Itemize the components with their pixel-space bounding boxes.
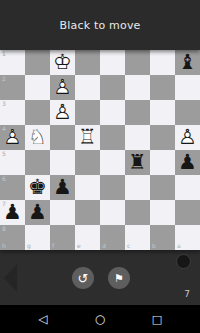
square-c2[interactable] — [125, 75, 150, 100]
square-a3[interactable] — [175, 100, 200, 125]
square-a8[interactable]: a — [175, 225, 200, 250]
square-a5[interactable]: ♟ — [175, 150, 200, 175]
square-g1[interactable] — [25, 50, 50, 75]
piece-white-rook: ♜♖ — [75, 125, 100, 150]
square-h4[interactable]: 4♟♙ — [0, 125, 25, 150]
square-d6[interactable] — [100, 175, 125, 200]
square-g5[interactable] — [25, 150, 50, 175]
piece-white-king: ♚♔ — [50, 50, 75, 75]
chess-board: 1♚♔♝2♟♙3♟♙4♟♙♞♘♜♖♟♙5♜♟6♚♟7♟♟8hgfedcba — [0, 50, 200, 250]
square-f8[interactable]: f — [50, 225, 75, 250]
rank-label: 2 — [2, 76, 6, 82]
square-h1[interactable]: 1 — [0, 50, 25, 75]
square-c8[interactable]: c — [125, 225, 150, 250]
piece-glyph: ♙ — [50, 100, 75, 125]
piece-glyph: ♔ — [50, 50, 75, 75]
square-f4[interactable] — [50, 125, 75, 150]
rank-label: 8 — [2, 226, 6, 232]
rank-label: 1 — [2, 51, 6, 57]
square-a1[interactable]: ♝ — [175, 50, 200, 75]
square-d7[interactable] — [100, 200, 125, 225]
square-c7[interactable] — [125, 200, 150, 225]
flag-icon: ⚑ — [114, 272, 124, 285]
android-navbar: ◁ ○ □ — [0, 305, 200, 333]
square-g7[interactable]: ♟ — [25, 200, 50, 225]
piece-glyph: ♖ — [75, 125, 100, 150]
piece-white-pawn: ♟♙ — [175, 125, 200, 150]
piece-black-rook: ♜ — [125, 150, 150, 175]
square-f7[interactable] — [50, 200, 75, 225]
piece-glyph: ♝ — [175, 50, 200, 75]
file-label: a — [177, 243, 181, 249]
square-g3[interactable] — [25, 100, 50, 125]
file-label: g — [27, 243, 31, 249]
rank-label: 4 — [2, 126, 6, 132]
square-d4[interactable] — [100, 125, 125, 150]
square-e1[interactable] — [75, 50, 100, 75]
square-b2[interactable] — [150, 75, 175, 100]
square-e7[interactable] — [75, 200, 100, 225]
square-e3[interactable] — [75, 100, 100, 125]
piece-black-king: ♚ — [25, 175, 50, 200]
square-e4[interactable]: ♜♖ — [75, 125, 100, 150]
square-h2[interactable]: 2 — [0, 75, 25, 100]
chevron-left-icon — [4, 264, 17, 292]
piece-glyph: ♙ — [50, 75, 75, 100]
square-g6[interactable]: ♚ — [25, 175, 50, 200]
square-a7[interactable] — [175, 200, 200, 225]
page-title: Black to move — [59, 19, 140, 32]
square-f6[interactable]: ♟ — [50, 175, 75, 200]
square-d1[interactable] — [100, 50, 125, 75]
piece-black-bishop: ♝ — [175, 50, 200, 75]
square-b8[interactable]: b — [150, 225, 175, 250]
piece-black-pawn: ♟ — [50, 175, 75, 200]
square-c1[interactable] — [125, 50, 150, 75]
square-e2[interactable] — [75, 75, 100, 100]
piece-glyph: ♟ — [25, 200, 50, 225]
square-b5[interactable] — [150, 150, 175, 175]
square-d8[interactable]: d — [100, 225, 125, 250]
square-h8[interactable]: 8h — [0, 225, 25, 250]
piece-glyph: ♙ — [0, 125, 25, 150]
app-window: Black to move 1♚♔♝2♟♙3♟♙4♟♙♞♘♜♖♟♙5♜♟6♚♟7… — [0, 0, 200, 333]
square-d5[interactable] — [100, 150, 125, 175]
square-h7[interactable]: 7♟ — [0, 200, 25, 225]
rank-label: 6 — [2, 176, 6, 182]
square-a2[interactable] — [175, 75, 200, 100]
piece-fill: ♜ — [75, 125, 100, 150]
puzzle-counter: 7 — [184, 289, 190, 299]
square-e8[interactable]: e — [75, 225, 100, 250]
piece-white-pawn: ♟♙ — [50, 100, 75, 125]
flag-button[interactable]: ⚑ — [108, 267, 130, 289]
piece-black-pawn: ♟ — [0, 200, 25, 225]
undo-button[interactable]: ↺ — [72, 267, 94, 289]
piece-fill: ♟ — [50, 75, 75, 100]
square-c4[interactable] — [125, 125, 150, 150]
square-f1[interactable]: ♚♔ — [50, 50, 75, 75]
piece-glyph: ♟ — [0, 200, 25, 225]
square-g8[interactable]: g — [25, 225, 50, 250]
home-icon[interactable]: ○ — [94, 313, 107, 325]
piece-glyph: ♘ — [25, 125, 50, 150]
square-d3[interactable] — [100, 100, 125, 125]
square-c5[interactable]: ♜ — [125, 150, 150, 175]
rank-label: 7 — [2, 201, 6, 207]
square-g2[interactable] — [25, 75, 50, 100]
square-h5[interactable]: 5 — [0, 150, 25, 175]
square-c6[interactable] — [125, 175, 150, 200]
file-label: b — [152, 243, 156, 249]
square-d2[interactable] — [100, 75, 125, 100]
bottom-bar: ↺ ⚑ 7 — [0, 250, 200, 305]
file-label: h — [2, 243, 6, 249]
piece-glyph: ♟ — [50, 175, 75, 200]
piece-black-pawn: ♟ — [25, 200, 50, 225]
app-header: Black to move — [0, 0, 200, 50]
square-b1[interactable] — [150, 50, 175, 75]
undo-icon: ↺ — [78, 271, 89, 286]
piece-glyph: ♜ — [125, 150, 150, 175]
piece-white-pawn: ♟♙ — [0, 125, 25, 150]
square-b6[interactable] — [150, 175, 175, 200]
piece-white-pawn: ♟♙ — [50, 75, 75, 100]
piece-glyph: ♟ — [175, 150, 200, 175]
rank-label: 5 — [2, 151, 6, 157]
square-a4[interactable]: ♟♙ — [175, 125, 200, 150]
square-e5[interactable] — [75, 150, 100, 175]
square-e6[interactable] — [75, 175, 100, 200]
file-label: e — [77, 243, 81, 249]
square-f2[interactable]: ♟♙ — [50, 75, 75, 100]
back-icon[interactable]: ◁ — [37, 313, 50, 325]
square-f5[interactable] — [50, 150, 75, 175]
piece-fill: ♞ — [25, 125, 50, 150]
square-b3[interactable] — [150, 100, 175, 125]
square-h3[interactable]: 3 — [0, 100, 25, 125]
turn-indicator-black — [176, 254, 191, 269]
square-c3[interactable] — [125, 100, 150, 125]
square-a6[interactable] — [175, 175, 200, 200]
piece-fill: ♟ — [0, 125, 25, 150]
piece-glyph: ♙ — [175, 125, 200, 150]
piece-fill: ♟ — [50, 100, 75, 125]
square-f3[interactable]: ♟♙ — [50, 100, 75, 125]
recents-icon[interactable]: □ — [151, 314, 164, 325]
square-g4[interactable]: ♞♘ — [25, 125, 50, 150]
piece-fill: ♟ — [175, 125, 200, 150]
file-label: c — [127, 243, 130, 249]
square-b7[interactable] — [150, 200, 175, 225]
piece-fill: ♚ — [50, 50, 75, 75]
square-h6[interactable]: 6 — [0, 175, 25, 200]
piece-glyph: ♚ — [25, 175, 50, 200]
file-label: f — [52, 243, 54, 249]
piece-black-pawn: ♟ — [175, 150, 200, 175]
file-label: d — [102, 243, 106, 249]
square-b4[interactable] — [150, 125, 175, 150]
rank-label: 3 — [2, 101, 6, 107]
piece-white-knight: ♞♘ — [25, 125, 50, 150]
